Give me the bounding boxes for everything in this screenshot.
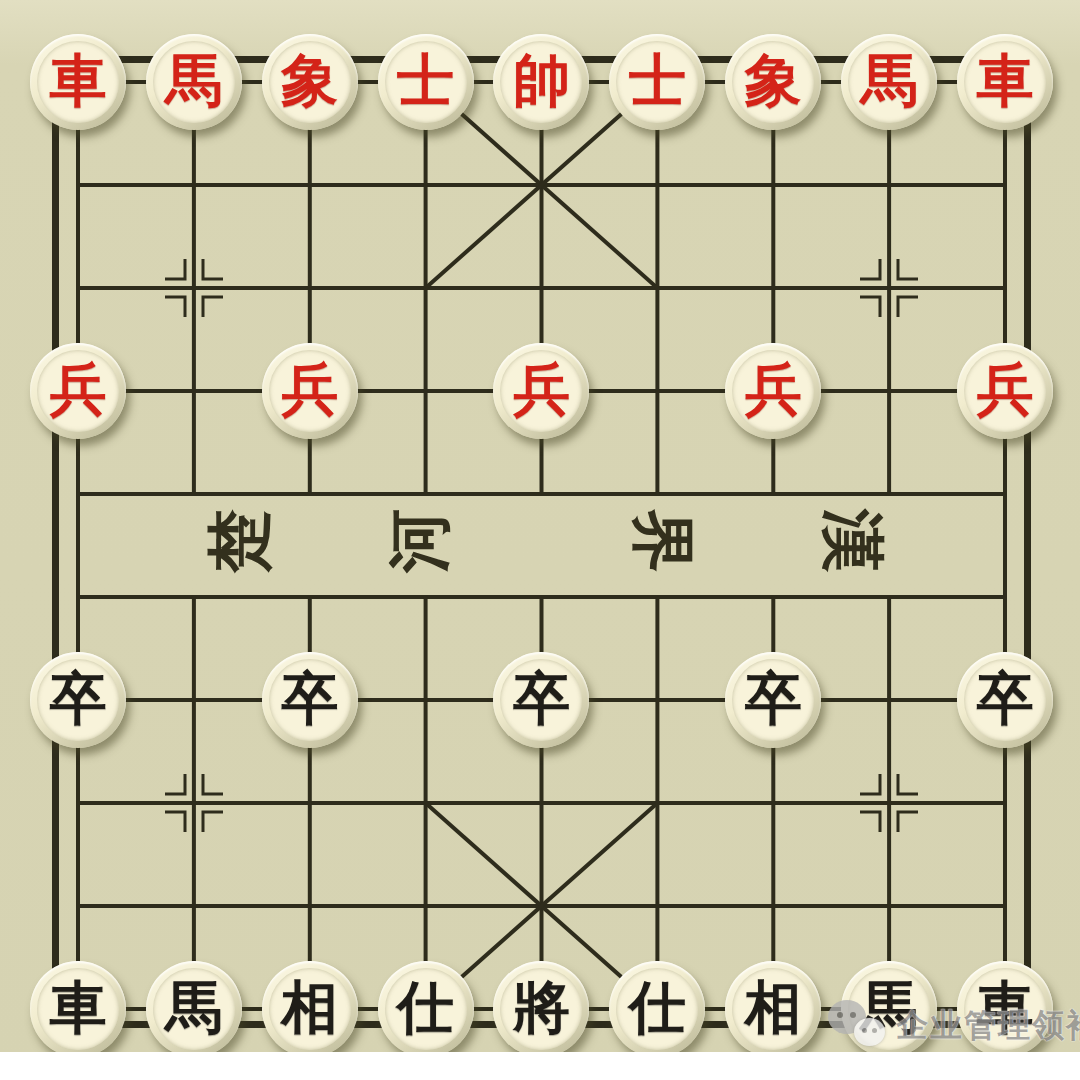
piece-black-相[interactable]: 相 <box>252 957 368 1060</box>
watermark-text: 企业管理领袖 <box>896 1004 1080 1048</box>
piece-red-車[interactable]: 車 <box>947 30 1063 133</box>
piece-red-兵[interactable]: 兵 <box>484 339 600 442</box>
piece-black-卒[interactable]: 卒 <box>947 648 1063 751</box>
wechat-icon <box>828 998 890 1054</box>
bottom-white-strip <box>0 1052 1080 1080</box>
piece-red-馬[interactable]: 馬 <box>136 30 252 133</box>
piece-red-帥[interactable]: 帥 <box>484 30 600 133</box>
piece-red-兵[interactable]: 兵 <box>252 339 368 442</box>
piece-black-仕[interactable]: 仕 <box>599 957 715 1060</box>
piece-red-車[interactable]: 車 <box>20 30 136 133</box>
piece-black-車[interactable]: 車 <box>20 957 136 1060</box>
piece-red-馬[interactable]: 馬 <box>831 30 947 133</box>
piece-red-士[interactable]: 士 <box>599 30 715 133</box>
pieces-layer: 車馬象士帥士象馬車兵兵兵兵兵卒卒卒卒卒車馬相仕將仕相馬車 <box>20 30 1063 1060</box>
piece-red-兵[interactable]: 兵 <box>715 339 831 442</box>
piece-black-卒[interactable]: 卒 <box>484 648 600 751</box>
piece-black-卒[interactable]: 卒 <box>715 648 831 751</box>
piece-black-卒[interactable]: 卒 <box>252 648 368 751</box>
piece-red-士[interactable]: 士 <box>368 30 484 133</box>
piece-red-兵[interactable]: 兵 <box>20 339 136 442</box>
watermark: 企业管理领袖 <box>828 998 1080 1054</box>
piece-black-卒[interactable]: 卒 <box>20 648 136 751</box>
piece-black-將[interactable]: 將 <box>484 957 600 1060</box>
piece-red-兵[interactable]: 兵 <box>947 339 1063 442</box>
piece-red-象[interactable]: 象 <box>715 30 831 133</box>
xiangqi-screenshot: 楚 河 界 漢 車馬象士帥士象馬車兵兵兵兵兵卒卒卒卒卒車馬相仕將仕相馬車 企业管… <box>0 0 1080 1080</box>
piece-red-象[interactable]: 象 <box>252 30 368 133</box>
piece-black-仕[interactable]: 仕 <box>368 957 484 1060</box>
piece-black-相[interactable]: 相 <box>715 957 831 1060</box>
piece-black-馬[interactable]: 馬 <box>136 957 252 1060</box>
